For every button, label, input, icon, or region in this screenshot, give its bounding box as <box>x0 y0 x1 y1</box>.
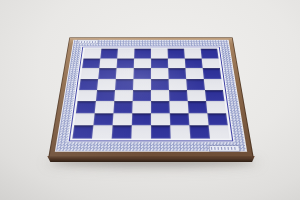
square-d3 <box>132 101 151 113</box>
brand-label-text <box>211 147 238 150</box>
square-b6 <box>98 68 116 78</box>
square-f6 <box>168 68 186 78</box>
square-b3 <box>95 101 115 113</box>
square-a2 <box>74 113 95 125</box>
square-h6 <box>203 68 222 78</box>
square-g8 <box>184 49 202 59</box>
inner-margin-band <box>67 46 234 142</box>
brand-label-text <box>78 41 96 43</box>
square-a4 <box>78 90 98 101</box>
square-c8 <box>117 49 134 59</box>
square-c7 <box>117 58 135 68</box>
square-e7 <box>151 58 168 68</box>
square-e6 <box>151 68 169 78</box>
square-g5 <box>186 79 205 90</box>
square-f7 <box>168 58 186 68</box>
square-c6 <box>116 68 134 78</box>
chessboard-squares <box>72 49 229 139</box>
square-e3 <box>151 101 170 113</box>
square-g3 <box>188 101 208 113</box>
square-g6 <box>185 68 203 78</box>
square-d2 <box>132 113 151 125</box>
square-a5 <box>79 79 98 90</box>
square-d7 <box>134 58 151 68</box>
square-f3 <box>169 101 188 113</box>
square-h3 <box>206 101 226 113</box>
square-g1 <box>189 126 210 139</box>
square-c3 <box>113 101 132 113</box>
square-d6 <box>133 68 151 78</box>
square-b4 <box>96 90 115 101</box>
square-d4 <box>133 90 151 101</box>
square-b2 <box>93 113 113 125</box>
brand-label-top-left <box>77 40 97 43</box>
square-c1 <box>112 126 132 139</box>
chessboard <box>48 37 253 157</box>
square-h7 <box>202 58 220 68</box>
square-h8 <box>201 49 219 59</box>
square-d5 <box>133 79 151 90</box>
square-b7 <box>99 58 117 68</box>
square-b8 <box>100 49 118 59</box>
square-h4 <box>205 90 225 101</box>
square-g7 <box>185 58 203 68</box>
square-g4 <box>187 90 206 101</box>
square-f5 <box>169 79 187 90</box>
square-c2 <box>113 113 133 125</box>
square-b1 <box>92 126 113 139</box>
decorative-border <box>55 40 247 152</box>
square-e5 <box>151 79 169 90</box>
square-a6 <box>81 68 100 78</box>
square-f1 <box>170 126 190 139</box>
square-e2 <box>151 113 170 125</box>
square-e1 <box>151 126 171 139</box>
square-a1 <box>72 126 93 139</box>
square-a8 <box>83 49 101 59</box>
square-g2 <box>189 113 209 125</box>
square-c4 <box>114 90 133 101</box>
square-b5 <box>97 79 116 90</box>
square-c5 <box>115 79 133 90</box>
square-h1 <box>209 126 230 139</box>
square-d8 <box>134 49 151 59</box>
square-e4 <box>151 90 169 101</box>
square-a3 <box>76 101 96 113</box>
square-f4 <box>169 90 188 101</box>
brand-label-bottom-right <box>210 146 239 151</box>
square-f8 <box>168 49 185 59</box>
wooden-frame <box>48 37 253 157</box>
square-h2 <box>207 113 228 125</box>
square-e8 <box>151 49 168 59</box>
square-f2 <box>170 113 190 125</box>
square-h5 <box>204 79 223 90</box>
square-a7 <box>82 58 100 68</box>
photo-background <box>0 0 300 200</box>
square-d1 <box>131 126 151 139</box>
